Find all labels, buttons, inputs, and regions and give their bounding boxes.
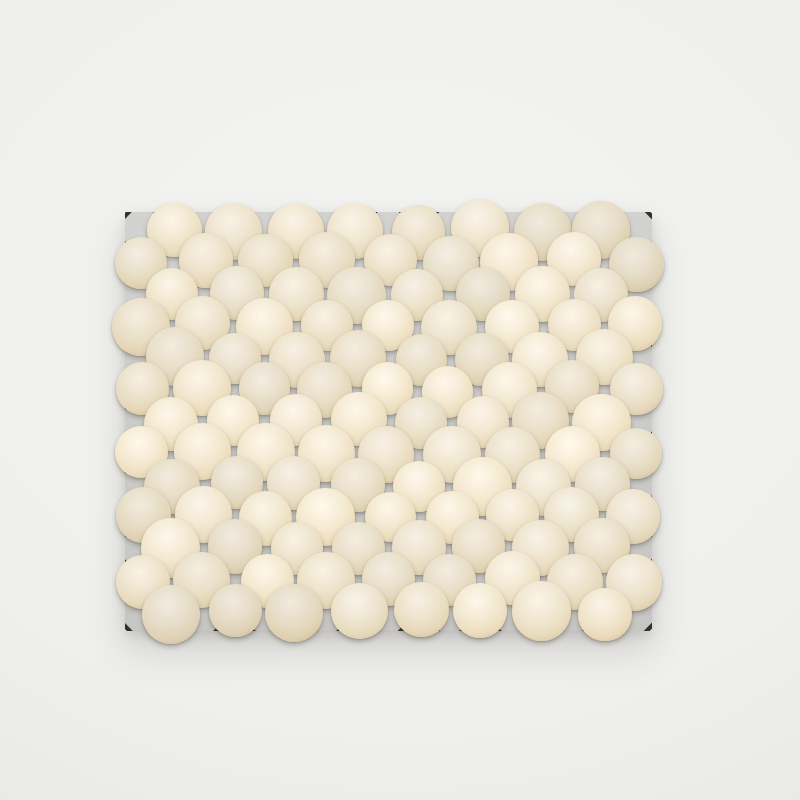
- wooden-bead: [331, 583, 388, 639]
- wooden-bead: [265, 584, 323, 642]
- wooden-bead: [142, 585, 200, 644]
- wooden-bead: [512, 581, 570, 640]
- wooden-bead: [578, 588, 631, 641]
- wooden-bead: [453, 583, 507, 638]
- bead-trivet: [0, 0, 800, 800]
- beads-layer: [0, 0, 800, 800]
- wooden-bead: [394, 582, 449, 637]
- photo-scene: [0, 0, 800, 800]
- wooden-bead: [209, 584, 262, 637]
